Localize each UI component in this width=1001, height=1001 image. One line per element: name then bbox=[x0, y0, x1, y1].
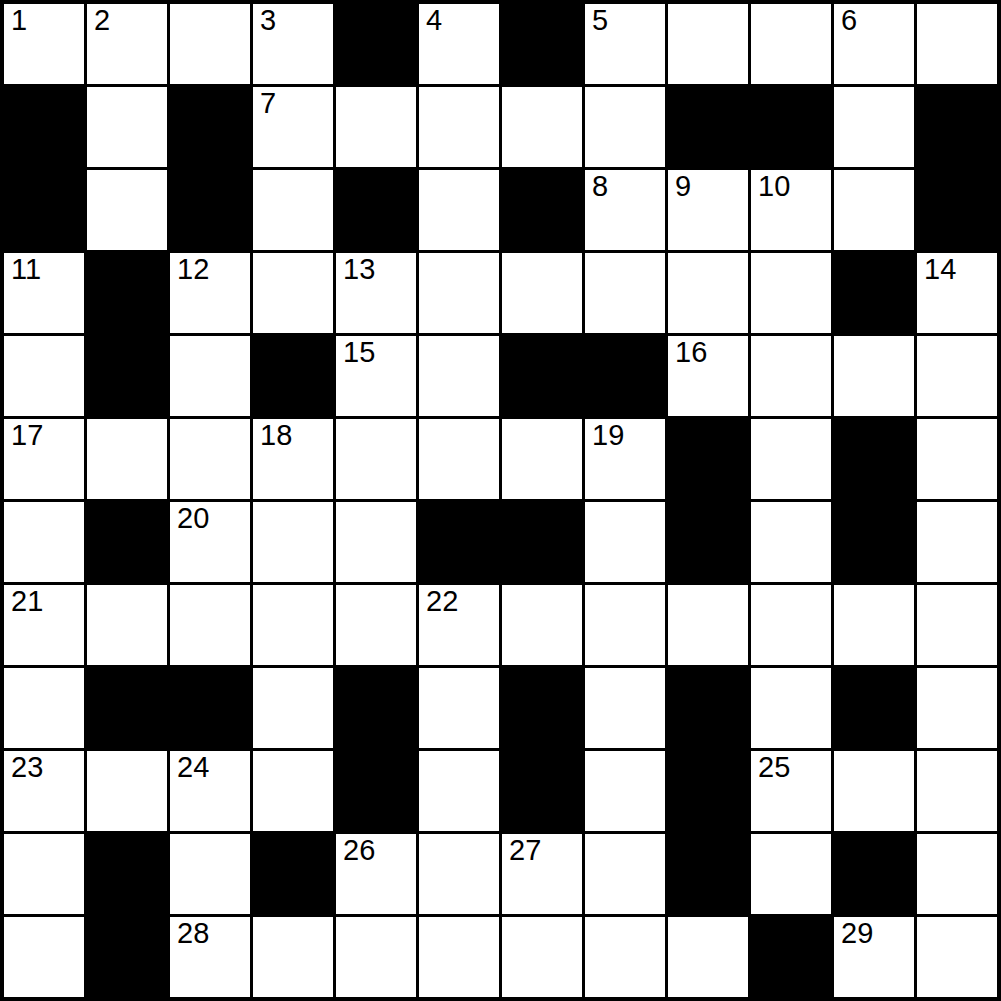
clue-number-6: 6 bbox=[841, 5, 857, 37]
cell-r5c8-block bbox=[585, 336, 665, 416]
cell-r9c5-block bbox=[336, 668, 416, 748]
cell-r2c8[interactable] bbox=[585, 87, 665, 167]
cell-r11c11-block bbox=[834, 834, 914, 914]
clue-number-22: 22 bbox=[426, 586, 458, 618]
clue-number-9: 9 bbox=[675, 171, 691, 203]
cell-r7c3[interactable]: 20 bbox=[170, 502, 250, 582]
cell-r6c11-block bbox=[834, 419, 914, 499]
cell-r5c12[interactable] bbox=[917, 336, 997, 416]
clue-number-10: 10 bbox=[758, 171, 790, 203]
cell-r12c5[interactable] bbox=[336, 917, 416, 997]
clue-number-19: 19 bbox=[592, 420, 624, 452]
cell-r6c6[interactable] bbox=[419, 419, 499, 499]
cell-r4c12[interactable]: 14 bbox=[917, 253, 997, 333]
cell-r10c7-block bbox=[502, 751, 582, 831]
cell-r4c8[interactable] bbox=[585, 253, 665, 333]
cell-r1c5-block bbox=[336, 4, 416, 84]
cell-r3c3-block bbox=[170, 170, 250, 250]
cell-r3c9[interactable]: 9 bbox=[668, 170, 748, 250]
crossword-board: 1234567891011121314151617181920212223242… bbox=[0, 0, 1001, 1001]
cell-r2c2[interactable] bbox=[87, 87, 167, 167]
cell-r11c9-block bbox=[668, 834, 748, 914]
clue-number-21: 21 bbox=[11, 586, 43, 618]
cell-r10c6[interactable] bbox=[419, 751, 499, 831]
clue-number-16: 16 bbox=[675, 337, 707, 369]
cell-r5c2-block bbox=[87, 336, 167, 416]
cell-r6c8[interactable]: 19 bbox=[585, 419, 665, 499]
cell-r10c8[interactable] bbox=[585, 751, 665, 831]
cell-r3c10[interactable]: 10 bbox=[751, 170, 831, 250]
cell-r10c11[interactable] bbox=[834, 751, 914, 831]
cell-r12c6[interactable] bbox=[419, 917, 499, 997]
cell-r6c12[interactable] bbox=[917, 419, 997, 499]
cell-r3c8[interactable]: 8 bbox=[585, 170, 665, 250]
cell-r8c6[interactable]: 22 bbox=[419, 585, 499, 665]
cell-r9c6[interactable] bbox=[419, 668, 499, 748]
cell-r9c1[interactable] bbox=[4, 668, 84, 748]
cell-r4c9[interactable] bbox=[668, 253, 748, 333]
cell-r10c3[interactable]: 24 bbox=[170, 751, 250, 831]
cell-r12c8[interactable] bbox=[585, 917, 665, 997]
cell-r7c2-block bbox=[87, 502, 167, 582]
cell-r9c2-block bbox=[87, 668, 167, 748]
cell-r7c8[interactable] bbox=[585, 502, 665, 582]
cell-r12c4[interactable] bbox=[253, 917, 333, 997]
cell-r9c8[interactable] bbox=[585, 668, 665, 748]
cell-r1c7-block bbox=[502, 4, 582, 84]
cell-r7c4[interactable] bbox=[253, 502, 333, 582]
cell-r11c4-block bbox=[253, 834, 333, 914]
clue-number-27: 27 bbox=[509, 835, 541, 867]
clue-number-2: 2 bbox=[94, 5, 110, 37]
clue-number-5: 5 bbox=[592, 5, 608, 37]
cell-r11c7[interactable]: 27 bbox=[502, 834, 582, 914]
cell-r3c2[interactable] bbox=[87, 170, 167, 250]
cell-r4c4[interactable] bbox=[253, 253, 333, 333]
cell-r7c5[interactable] bbox=[336, 502, 416, 582]
cell-r7c11-block bbox=[834, 502, 914, 582]
cell-r6c1[interactable]: 17 bbox=[4, 419, 84, 499]
cell-r4c1[interactable]: 11 bbox=[4, 253, 84, 333]
clue-number-13: 13 bbox=[343, 254, 375, 286]
cell-r11c2-block bbox=[87, 834, 167, 914]
cell-r7c9-block bbox=[668, 502, 748, 582]
clue-number-4: 4 bbox=[426, 5, 442, 37]
cell-r2c11[interactable] bbox=[834, 87, 914, 167]
cell-r12c10-block bbox=[751, 917, 831, 997]
cell-r6c4[interactable]: 18 bbox=[253, 419, 333, 499]
cell-r1c6[interactable]: 4 bbox=[419, 4, 499, 84]
cell-r3c1-block bbox=[4, 170, 84, 250]
clue-number-1: 1 bbox=[11, 5, 27, 37]
cell-r10c2[interactable] bbox=[87, 751, 167, 831]
clue-number-18: 18 bbox=[260, 420, 292, 452]
cell-r9c4[interactable] bbox=[253, 668, 333, 748]
cell-r9c3-block bbox=[170, 668, 250, 748]
cell-r10c9-block bbox=[668, 751, 748, 831]
cell-r3c7-block bbox=[502, 170, 582, 250]
cell-r10c5-block bbox=[336, 751, 416, 831]
cell-r3c5-block bbox=[336, 170, 416, 250]
cell-r2c1-block bbox=[4, 87, 84, 167]
cell-r2c7[interactable] bbox=[502, 87, 582, 167]
cell-r9c10[interactable] bbox=[751, 668, 831, 748]
cell-r1c2[interactable]: 2 bbox=[87, 4, 167, 84]
cell-r8c9[interactable] bbox=[668, 585, 748, 665]
cell-r8c5[interactable] bbox=[336, 585, 416, 665]
cell-r8c8[interactable] bbox=[585, 585, 665, 665]
cell-r4c2-block bbox=[87, 253, 167, 333]
cell-r3c12-block bbox=[917, 170, 997, 250]
cell-r5c1[interactable] bbox=[4, 336, 84, 416]
cell-r6c2[interactable] bbox=[87, 419, 167, 499]
cell-r11c5[interactable]: 26 bbox=[336, 834, 416, 914]
cell-r5c10[interactable] bbox=[751, 336, 831, 416]
cell-r8c1[interactable]: 21 bbox=[4, 585, 84, 665]
cell-r4c6[interactable] bbox=[419, 253, 499, 333]
cell-r8c10[interactable] bbox=[751, 585, 831, 665]
cell-r12c11[interactable]: 29 bbox=[834, 917, 914, 997]
cell-r1c1[interactable]: 1 bbox=[4, 4, 84, 84]
cell-r5c5[interactable]: 15 bbox=[336, 336, 416, 416]
cell-r6c3[interactable] bbox=[170, 419, 250, 499]
clue-number-20: 20 bbox=[177, 503, 209, 535]
cell-r6c9-block bbox=[668, 419, 748, 499]
cell-r9c9-block bbox=[668, 668, 748, 748]
cell-r1c11[interactable]: 6 bbox=[834, 4, 914, 84]
cell-r7c10[interactable] bbox=[751, 502, 831, 582]
clue-number-7: 7 bbox=[260, 88, 276, 120]
cell-r4c5[interactable]: 13 bbox=[336, 253, 416, 333]
cell-r5c6[interactable] bbox=[419, 336, 499, 416]
cell-r5c11[interactable] bbox=[834, 336, 914, 416]
cell-r1c12[interactable] bbox=[917, 4, 997, 84]
cell-r6c10[interactable] bbox=[751, 419, 831, 499]
cell-r12c1[interactable] bbox=[4, 917, 84, 997]
cell-r4c7[interactable] bbox=[502, 253, 582, 333]
cell-r6c7[interactable] bbox=[502, 419, 582, 499]
cell-r10c4[interactable] bbox=[253, 751, 333, 831]
cell-r8c4[interactable] bbox=[253, 585, 333, 665]
cell-r5c9[interactable]: 16 bbox=[668, 336, 748, 416]
clue-number-15: 15 bbox=[343, 337, 375, 369]
cell-r7c7-block bbox=[502, 502, 582, 582]
cell-r7c1[interactable] bbox=[4, 502, 84, 582]
clue-number-11: 11 bbox=[11, 254, 41, 286]
cell-r9c12[interactable] bbox=[917, 668, 997, 748]
cell-r1c4[interactable]: 3 bbox=[253, 4, 333, 84]
clue-number-23: 23 bbox=[11, 752, 43, 784]
cell-r11c12[interactable] bbox=[917, 834, 997, 914]
cell-r11c3[interactable] bbox=[170, 834, 250, 914]
cell-r4c3[interactable]: 12 bbox=[170, 253, 250, 333]
clue-number-3: 3 bbox=[260, 5, 276, 37]
cell-r11c1[interactable] bbox=[4, 834, 84, 914]
cell-r11c10[interactable] bbox=[751, 834, 831, 914]
cell-r2c10-block bbox=[751, 87, 831, 167]
clue-number-12: 12 bbox=[177, 254, 209, 286]
cell-r8c2[interactable] bbox=[87, 585, 167, 665]
cell-r2c9-block bbox=[668, 87, 748, 167]
cell-r1c9[interactable] bbox=[668, 4, 748, 84]
cell-r10c12[interactable] bbox=[917, 751, 997, 831]
cell-r9c11-block bbox=[834, 668, 914, 748]
cell-r10c10[interactable]: 25 bbox=[751, 751, 831, 831]
cell-r12c2-block bbox=[87, 917, 167, 997]
cell-r6c5[interactable] bbox=[336, 419, 416, 499]
cell-r8c7[interactable] bbox=[502, 585, 582, 665]
cell-r7c6-block bbox=[419, 502, 499, 582]
cell-r2c6[interactable] bbox=[419, 87, 499, 167]
cell-r10c1[interactable]: 23 bbox=[4, 751, 84, 831]
cell-r1c3[interactable] bbox=[170, 4, 250, 84]
clue-number-24: 24 bbox=[177, 752, 209, 784]
cell-r5c7-block bbox=[502, 336, 582, 416]
cell-r12c12[interactable] bbox=[917, 917, 997, 997]
cell-r12c7[interactable] bbox=[502, 917, 582, 997]
clue-number-17: 17 bbox=[11, 420, 43, 452]
cell-r8c11[interactable] bbox=[834, 585, 914, 665]
cell-r12c9[interactable] bbox=[668, 917, 748, 997]
cell-r3c4[interactable] bbox=[253, 170, 333, 250]
clue-number-28: 28 bbox=[177, 918, 209, 950]
cell-r2c3-block bbox=[170, 87, 250, 167]
cell-r5c4-block bbox=[253, 336, 333, 416]
cell-r11c6[interactable] bbox=[419, 834, 499, 914]
cell-r8c12[interactable] bbox=[917, 585, 997, 665]
cell-r3c11[interactable] bbox=[834, 170, 914, 250]
cell-r2c5[interactable] bbox=[336, 87, 416, 167]
cell-r4c11-block bbox=[834, 253, 914, 333]
clue-number-8: 8 bbox=[592, 171, 608, 203]
cell-r3c6[interactable] bbox=[419, 170, 499, 250]
cell-r11c8[interactable] bbox=[585, 834, 665, 914]
cell-r8c3[interactable] bbox=[170, 585, 250, 665]
cell-r1c10[interactable] bbox=[751, 4, 831, 84]
cell-r5c3[interactable] bbox=[170, 336, 250, 416]
cell-r1c8[interactable]: 5 bbox=[585, 4, 665, 84]
cell-r9c7-block bbox=[502, 668, 582, 748]
cell-r4c10[interactable] bbox=[751, 253, 831, 333]
clue-number-29: 29 bbox=[841, 918, 873, 950]
cell-r7c12[interactable] bbox=[917, 502, 997, 582]
cell-r2c4[interactable]: 7 bbox=[253, 87, 333, 167]
clue-number-25: 25 bbox=[758, 752, 790, 784]
clue-number-26: 26 bbox=[343, 835, 375, 867]
cell-r12c3[interactable]: 28 bbox=[170, 917, 250, 997]
cell-r2c12-block bbox=[917, 87, 997, 167]
clue-number-14: 14 bbox=[924, 254, 956, 286]
